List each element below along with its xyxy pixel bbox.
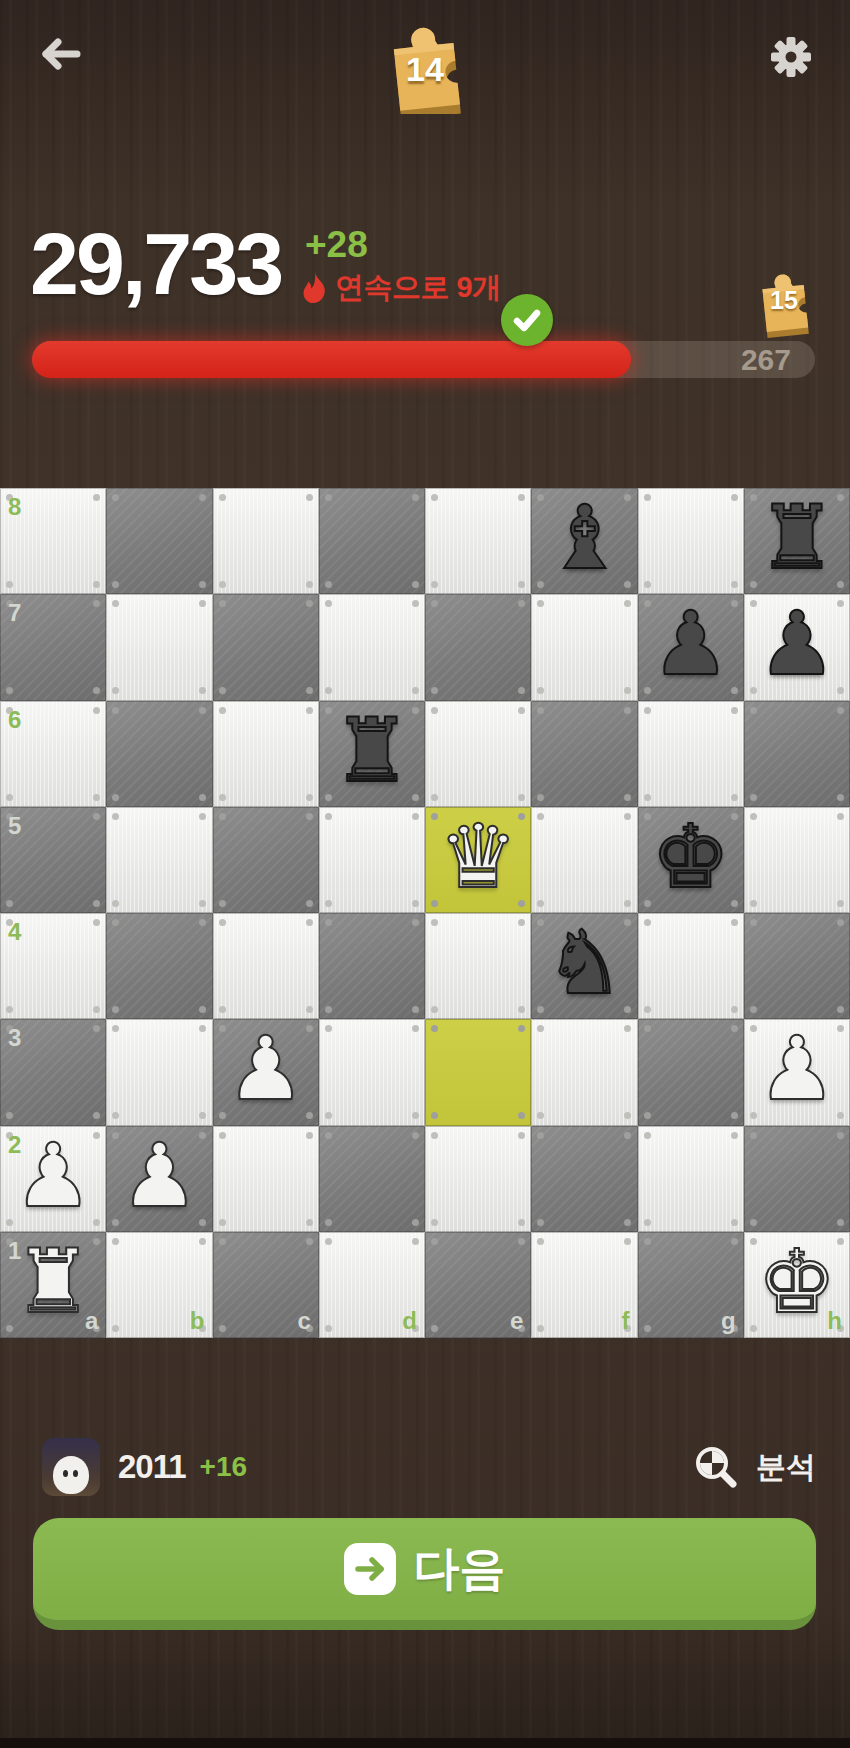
square-b8[interactable] xyxy=(106,488,212,594)
square-d3[interactable] xyxy=(319,1019,425,1125)
gear-icon xyxy=(770,36,812,78)
square-f5[interactable] xyxy=(531,807,637,913)
analysis-button[interactable]: 분석 xyxy=(690,1438,816,1496)
screw-decoration xyxy=(219,1238,226,1245)
black-bishop[interactable]: ♝ xyxy=(531,485,637,591)
square-f8[interactable]: ♝ xyxy=(531,488,637,594)
screw-decoration xyxy=(537,707,544,714)
square-c8[interactable] xyxy=(213,488,319,594)
next-label: 다음 xyxy=(414,1538,506,1600)
rank-label-7: 7 xyxy=(8,599,21,627)
square-f4[interactable]: ♞ xyxy=(531,913,637,1019)
square-a7[interactable]: 7 xyxy=(0,594,106,700)
progress-remaining: 267 xyxy=(741,341,791,378)
screw-decoration xyxy=(537,1025,544,1032)
screw-decoration xyxy=(325,494,332,501)
screw-decoration xyxy=(112,707,119,714)
square-g5[interactable]: ♚ xyxy=(638,807,744,913)
screw-decoration xyxy=(431,707,438,714)
square-e2[interactable] xyxy=(425,1126,531,1232)
rank-label-5: 5 xyxy=(8,812,21,840)
square-b5[interactable] xyxy=(106,807,212,913)
file-label-g: g xyxy=(721,1307,736,1335)
square-e7[interactable] xyxy=(425,594,531,700)
screw-decoration xyxy=(644,707,651,714)
screw-decoration xyxy=(112,494,119,501)
black-rook[interactable]: ♜ xyxy=(319,698,425,804)
back-button[interactable] xyxy=(36,32,84,76)
file-label-h: h xyxy=(827,1307,842,1335)
rating-row: 2011 +16 xyxy=(118,1438,247,1496)
square-f7[interactable] xyxy=(531,594,637,700)
screw-decoration xyxy=(325,600,332,607)
square-e8[interactable] xyxy=(425,488,531,594)
square-h8[interactable]: ♜ xyxy=(744,488,850,594)
square-b2[interactable]: ♟ xyxy=(106,1126,212,1232)
screw-decoration xyxy=(537,600,544,607)
screw-decoration xyxy=(431,1132,438,1139)
rank-label-8: 8 xyxy=(8,493,21,521)
square-h5[interactable] xyxy=(744,807,850,913)
square-c7[interactable] xyxy=(213,594,319,700)
square-b4[interactable] xyxy=(106,913,212,1019)
square-h2[interactable] xyxy=(744,1126,850,1232)
square-h1[interactable]: h♚ xyxy=(744,1232,850,1338)
screw-decoration xyxy=(112,1025,119,1032)
square-b1[interactable]: b xyxy=(106,1232,212,1338)
analysis-label: 분석 xyxy=(756,1447,816,1488)
screw-decoration xyxy=(537,1132,544,1139)
screw-decoration xyxy=(644,1132,651,1139)
puzzle-count: 14 xyxy=(373,50,477,89)
square-g1[interactable]: g xyxy=(638,1232,744,1338)
file-label-f: f xyxy=(622,1307,630,1335)
file-label-e: e xyxy=(510,1307,523,1335)
screw-decoration xyxy=(537,813,544,820)
screw-decoration xyxy=(325,919,332,926)
correct-move-check-badge xyxy=(501,294,553,346)
file-label-b: b xyxy=(190,1307,205,1335)
square-e5[interactable]: ♛ xyxy=(425,807,531,913)
square-c4[interactable] xyxy=(213,913,319,1019)
screw-decoration xyxy=(112,1238,119,1245)
rank-label-6: 6 xyxy=(8,706,21,734)
file-label-d: d xyxy=(402,1307,417,1335)
streak-row: 연속으로 9개 xyxy=(303,268,501,308)
screw-decoration xyxy=(112,919,119,926)
avatar-character xyxy=(53,1456,89,1494)
square-f6[interactable] xyxy=(531,701,637,807)
progress-bar: 267 xyxy=(32,341,815,378)
avatar-eye xyxy=(73,1470,78,1477)
screw-decoration xyxy=(644,1025,651,1032)
screen-bottom-edge xyxy=(0,1738,850,1748)
screw-decoration xyxy=(219,494,226,501)
square-d6[interactable]: ♜ xyxy=(319,701,425,807)
square-h3[interactable]: ♟ xyxy=(744,1019,850,1125)
file-label-c: c xyxy=(297,1307,310,1335)
puzzle-count-badge: 14 xyxy=(373,4,477,114)
score-gain: +28 xyxy=(305,224,368,266)
square-a1[interactable]: 1a♜ xyxy=(0,1232,106,1338)
black-king[interactable]: ♚ xyxy=(638,804,744,910)
white-queen[interactable]: ♛ xyxy=(425,804,531,910)
screw-decoration xyxy=(219,813,226,820)
check-icon xyxy=(507,300,547,340)
square-g6[interactable] xyxy=(638,701,744,807)
square-g2[interactable] xyxy=(638,1126,744,1232)
screw-decoration xyxy=(644,1238,651,1245)
screw-decoration xyxy=(431,1238,438,1245)
screw-decoration xyxy=(431,1025,438,1032)
flame-icon xyxy=(303,273,326,304)
screw-decoration xyxy=(750,1132,757,1139)
square-a2[interactable]: 2♟ xyxy=(0,1126,106,1232)
square-g4[interactable] xyxy=(638,913,744,1019)
square-h4[interactable] xyxy=(744,913,850,1019)
square-e6[interactable] xyxy=(425,701,531,807)
square-f3[interactable] xyxy=(531,1019,637,1125)
square-c6[interactable] xyxy=(213,701,319,807)
screw-decoration xyxy=(219,1132,226,1139)
rank-label-1: 1 xyxy=(8,1237,21,1265)
square-d7[interactable] xyxy=(319,594,425,700)
rating-gain: +16 xyxy=(200,1451,248,1483)
screw-decoration xyxy=(219,600,226,607)
screw-decoration xyxy=(219,919,226,926)
progress-fill xyxy=(32,341,631,378)
black-pawn[interactable]: ♟ xyxy=(638,591,744,697)
square-d1[interactable]: d xyxy=(319,1232,425,1338)
avatar-eye xyxy=(63,1470,68,1477)
screw-decoration xyxy=(644,494,651,501)
rank-label-4: 4 xyxy=(8,918,21,946)
rank-label-2: 2 xyxy=(8,1131,21,1159)
black-knight[interactable]: ♞ xyxy=(531,910,637,1016)
square-c2[interactable] xyxy=(213,1126,319,1232)
screw-decoration xyxy=(112,813,119,820)
avatar[interactable] xyxy=(42,1438,100,1496)
screw-decoration xyxy=(750,919,757,926)
screw-decoration xyxy=(325,813,332,820)
square-h6[interactable] xyxy=(744,701,850,807)
square-a5[interactable]: 5 xyxy=(0,807,106,913)
chess-board: 8♝♜7♟♟6♜5♛♚4♞3♟♟2♟♟1a♜bcdefgh♚ xyxy=(0,488,850,1338)
square-d8[interactable] xyxy=(319,488,425,594)
score-points: 29,733 xyxy=(30,226,281,302)
rank-label-3: 3 xyxy=(8,1024,21,1052)
square-e4[interactable] xyxy=(425,913,531,1019)
black-rook[interactable]: ♜ xyxy=(744,485,850,591)
screw-decoration xyxy=(750,707,757,714)
screw-decoration xyxy=(644,919,651,926)
square-a4[interactable]: 4 xyxy=(0,913,106,1019)
square-a8[interactable]: 8 xyxy=(0,488,106,594)
next-puzzle-badge: 15 xyxy=(748,252,820,340)
magnifier-analysis-icon xyxy=(690,1441,742,1493)
square-f2[interactable] xyxy=(531,1126,637,1232)
screw-decoration xyxy=(431,919,438,926)
streak-text: 연속으로 9개 xyxy=(335,268,501,308)
square-e1[interactable]: e xyxy=(425,1232,531,1338)
square-g3[interactable] xyxy=(638,1019,744,1125)
screw-decoration xyxy=(325,1132,332,1139)
square-b3[interactable] xyxy=(106,1019,212,1125)
square-a3[interactable]: 3 xyxy=(0,1019,106,1125)
arrow-right-icon xyxy=(344,1543,396,1595)
screw-decoration xyxy=(325,1238,332,1245)
white-pawn[interactable]: ♟ xyxy=(744,1016,850,1122)
screw-decoration xyxy=(431,600,438,607)
settings-button[interactable] xyxy=(770,36,812,78)
square-d2[interactable] xyxy=(319,1126,425,1232)
screw-decoration xyxy=(112,600,119,607)
white-pawn[interactable]: ♟ xyxy=(213,1016,319,1122)
square-d5[interactable] xyxy=(319,807,425,913)
square-h7[interactable]: ♟ xyxy=(744,594,850,700)
square-b7[interactable] xyxy=(106,594,212,700)
next-puzzle-count: 15 xyxy=(748,286,820,315)
black-pawn[interactable]: ♟ xyxy=(744,591,850,697)
screw-decoration xyxy=(431,494,438,501)
square-b6[interactable] xyxy=(106,701,212,807)
white-pawn[interactable]: ♟ xyxy=(106,1123,212,1229)
square-f1[interactable]: f xyxy=(531,1232,637,1338)
file-label-a: a xyxy=(85,1307,98,1335)
puzzle-screen: 14 29,733 +28 xyxy=(0,0,850,1748)
screw-decoration xyxy=(750,813,757,820)
next-button[interactable]: 다음 xyxy=(33,1518,816,1630)
square-d4[interactable] xyxy=(319,913,425,1019)
square-a6[interactable]: 6 xyxy=(0,701,106,807)
screw-decoration xyxy=(219,707,226,714)
screw-decoration xyxy=(537,1238,544,1245)
square-c5[interactable] xyxy=(213,807,319,913)
screw-decoration xyxy=(325,1025,332,1032)
square-g8[interactable] xyxy=(638,488,744,594)
square-c3[interactable]: ♟ xyxy=(213,1019,319,1125)
square-g7[interactable]: ♟ xyxy=(638,594,744,700)
square-c1[interactable]: c xyxy=(213,1232,319,1338)
rating-value: 2011 xyxy=(118,1448,186,1486)
square-e3[interactable] xyxy=(425,1019,531,1125)
